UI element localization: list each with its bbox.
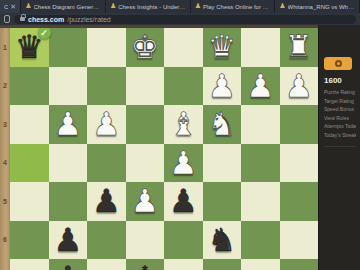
square-a1[interactable]: ♜ [280, 28, 319, 67]
piece-black-pawn: ♟ [169, 182, 198, 220]
square-a2[interactable]: ♟ [280, 67, 319, 106]
square-f1[interactable] [87, 28, 126, 67]
square-e3[interactable] [126, 105, 165, 144]
square-d1[interactable] [164, 28, 203, 67]
square-d3[interactable]: ♝ [164, 105, 203, 144]
square-e7[interactable]: ♚ [126, 259, 165, 270]
square-b1[interactable] [241, 28, 280, 67]
square-a3[interactable] [280, 105, 319, 144]
square-d2[interactable] [164, 67, 203, 106]
piece-white-pawn: ♟ [92, 105, 121, 143]
lock-icon [20, 17, 25, 21]
square-e6[interactable] [126, 221, 165, 260]
piece-black-pawn: ♟ [92, 182, 121, 220]
square-g7[interactable]: ♟ [49, 259, 88, 270]
square-b7[interactable] [241, 259, 280, 270]
square-c7[interactable] [203, 259, 242, 270]
rank-label-6: 6 [0, 221, 10, 260]
square-d4[interactable]: ♟ [164, 144, 203, 183]
square-g4[interactable] [49, 144, 88, 183]
square-f7[interactable] [87, 259, 126, 270]
browser-tab-4[interactable]: ♟Play Chess Online for FREE with Frie... [191, 0, 276, 13]
sidebar-stat-rows: Puzzle RatingTarget RatingSpeed BonusVie… [324, 89, 356, 138]
rank-label-1: 1 [0, 28, 10, 67]
square-a4[interactable] [280, 144, 319, 183]
square-f5[interactable]: ♟ [87, 182, 126, 221]
square-f4[interactable] [87, 144, 126, 183]
square-c3[interactable]: ♞ [203, 105, 242, 144]
piece-white-bishop: ♝ [169, 105, 198, 143]
chess-pawn-favicon: ♟ [279, 3, 285, 10]
piece-white-pawn: ♟ [246, 67, 275, 105]
square-h3[interactable] [10, 105, 49, 144]
square-d6[interactable] [164, 221, 203, 260]
rank-coordinate-strip: 12345678 [0, 28, 10, 270]
piece-black-knight: ♞ [207, 221, 236, 259]
puzzles-icon[interactable] [324, 57, 352, 70]
tab-title: Whitanna_RNG vs WhostelnnGM [288, 4, 355, 10]
tab-title: Play Chess Online for FREE with Frie... [203, 4, 270, 10]
puzzles-target-icon [335, 60, 342, 67]
chess-board: ♛✓♚♛♜♟♟♟♟♟♝♞♟♟♟♟♟♞♟♚ [10, 28, 318, 270]
square-h6[interactable] [10, 221, 49, 260]
square-g6[interactable]: ♟ [49, 221, 88, 260]
piece-white-king: ♚ [130, 28, 159, 66]
square-e5[interactable]: ♟ [126, 182, 165, 221]
url-path: /puzzles/rated [67, 16, 111, 23]
piece-white-pawn: ♟ [207, 67, 236, 105]
piece-white-pawn: ♟ [169, 144, 198, 182]
browser-tab-2[interactable]: ♟Chess Diagram Generator - Page 1 [21, 0, 106, 13]
piece-white-pawn: ♟ [284, 67, 313, 105]
square-a5[interactable] [280, 182, 319, 221]
piece-white-rook: ♜ [284, 28, 313, 66]
square-c2[interactable]: ♟ [203, 67, 242, 106]
piece-black-king: ♚ [130, 259, 159, 270]
sidebar-stat-3[interactable]: Speed Bonus [324, 106, 356, 112]
tab-title: Chess Insights - Understand and Imp... [118, 4, 185, 10]
square-b4[interactable] [241, 144, 280, 183]
url-host: chess.com [28, 16, 64, 23]
piece-black-pawn: ♟ [53, 259, 82, 270]
square-b3[interactable] [241, 105, 280, 144]
piece-white-pawn: ♟ [130, 182, 159, 220]
rank-label-4: 4 [0, 144, 10, 183]
square-h5[interactable] [10, 182, 49, 221]
browser-tab-1[interactable]: C✕ [0, 0, 21, 13]
close-tab-icon[interactable]: ✕ [10, 3, 16, 11]
square-g5[interactable] [49, 182, 88, 221]
tab-title: C [4, 4, 8, 10]
piece-white-knight: ♞ [207, 105, 236, 143]
puzzle-sidebar: 1600 Puzzle RatingTarget RatingSpeed Bon… [318, 25, 360, 270]
browser-tab-3[interactable]: ♟Chess Insights - Understand and Imp... [106, 0, 191, 13]
rank-label-7: 7 [0, 259, 10, 270]
sidebar-stat-4[interactable]: View Rules [324, 115, 356, 121]
square-h7[interactable] [10, 259, 49, 270]
square-c5[interactable] [203, 182, 242, 221]
square-h2[interactable] [10, 67, 49, 106]
browser-toolbar: chess.com /puzzles/rated [0, 13, 360, 25]
square-d5[interactable]: ♟ [164, 182, 203, 221]
square-c6[interactable]: ♞ [203, 221, 242, 260]
square-h1[interactable]: ♛✓ [10, 28, 49, 67]
chess-pawn-favicon: ♟ [110, 3, 116, 10]
puzzle-page: 12345678 ♛✓♚♛♜♟♟♟♟♟♝♞♟♟♟♟♟♞♟♚ 1600 Puzzl… [0, 25, 360, 270]
piece-white-pawn: ♟ [53, 105, 82, 143]
square-f2[interactable] [87, 67, 126, 106]
square-g3[interactable]: ♟ [49, 105, 88, 144]
square-e1[interactable]: ♚ [126, 28, 165, 67]
rank-label-2: 2 [0, 67, 10, 106]
square-b6[interactable] [241, 221, 280, 260]
square-g2[interactable] [49, 67, 88, 106]
app-window-icon[interactable] [4, 15, 10, 23]
sidebar-stat-2[interactable]: Target Rating [324, 98, 356, 104]
chess-pawn-favicon: ♟ [25, 3, 31, 10]
square-c1[interactable]: ♛ [203, 28, 242, 67]
square-a6[interactable] [280, 221, 319, 260]
square-a7[interactable] [280, 259, 319, 270]
correct-move-badge: ✓ [38, 28, 51, 39]
sidebar-stat-6[interactable]: Today's Streak [324, 132, 356, 138]
browser-tab-5[interactable]: ♟Whitanna_RNG vs WhostelnnGM [275, 0, 360, 13]
tab-title: Chess Diagram Generator - Page 1 [34, 4, 101, 10]
square-g1[interactable] [49, 28, 88, 67]
square-e2[interactable] [126, 67, 165, 106]
browser-tab-bar: C✕♟Chess Diagram Generator - Page 1♟Ches… [0, 0, 360, 13]
piece-white-queen: ♛ [207, 28, 236, 66]
square-d7[interactable] [164, 259, 203, 270]
chess-pawn-favicon: ♟ [195, 3, 201, 10]
square-b5[interactable] [241, 182, 280, 221]
square-h4[interactable] [10, 144, 49, 183]
sidebar-divider [324, 146, 356, 147]
square-b2[interactable]: ♟ [241, 67, 280, 106]
puzzle-rating: 1600 [324, 76, 356, 85]
rank-label-5: 5 [0, 182, 10, 221]
square-e4[interactable] [126, 144, 165, 183]
sidebar-stat-1[interactable]: Puzzle Rating [324, 89, 356, 95]
address-bar[interactable]: chess.com /puzzles/rated [14, 15, 356, 24]
square-c4[interactable] [203, 144, 242, 183]
rank-label-3: 3 [0, 105, 10, 144]
piece-black-pawn: ♟ [53, 221, 82, 259]
square-f6[interactable] [87, 221, 126, 260]
sidebar-stat-5[interactable]: Attempts Today [324, 123, 356, 129]
square-f3[interactable]: ♟ [87, 105, 126, 144]
